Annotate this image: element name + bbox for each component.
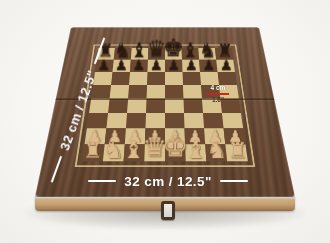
square-f4[interactable]: [183, 99, 202, 113]
square-e7[interactable]: ♟: [165, 60, 183, 72]
square-a4[interactable]: [89, 99, 110, 113]
square-c1[interactable]: ♝: [124, 144, 145, 161]
square-f7[interactable]: ♟: [182, 60, 200, 72]
white-rook: ♜: [228, 140, 247, 162]
width-dimension-text: 32 cm / 12.5": [124, 174, 211, 189]
white-knight: ♞: [103, 138, 124, 162]
square-g6[interactable]: [200, 72, 219, 85]
square-size-cm-text: 4 cm: [204, 84, 232, 92]
square-h6[interactable]: [218, 72, 237, 85]
square-a1[interactable]: ♜: [82, 144, 105, 161]
square-h1[interactable]: ♜: [225, 144, 248, 161]
white-rook: ♜: [83, 140, 102, 162]
black-pawn: ♟: [150, 58, 163, 72]
square-b4[interactable]: [108, 99, 128, 113]
dimension-line-top: [94, 37, 105, 64]
square-d5[interactable]: [147, 85, 165, 99]
square-g1[interactable]: ♞: [205, 144, 227, 161]
square-c4[interactable]: [127, 99, 146, 113]
square-size-label: 4 cm 1.6": [204, 84, 232, 104]
dimension-line-bottom: [51, 156, 62, 183]
square-h7[interactable]: ♟: [216, 60, 235, 72]
square-c7[interactable]: ♟: [130, 60, 148, 72]
black-pawn: ♟: [220, 58, 233, 72]
square-size-inch-text: 1.6": [204, 96, 232, 104]
black-pawn: ♟: [115, 58, 128, 72]
square-f1[interactable]: ♝: [185, 144, 206, 161]
clasp-latch-icon: [161, 201, 175, 220]
square-size-measure-line: [207, 93, 229, 95]
square-f5[interactable]: [183, 85, 202, 99]
square-c6[interactable]: [129, 72, 147, 85]
white-knight: ♞: [206, 138, 227, 162]
square-g7[interactable]: ♟: [199, 60, 217, 72]
width-dimension-label: 32 cm / 12.5": [68, 171, 268, 191]
black-pawn: ♟: [185, 58, 198, 72]
dimension-line-left: [88, 180, 116, 182]
black-pawn: ♟: [202, 58, 215, 72]
square-d6[interactable]: [147, 72, 165, 85]
square-d1[interactable]: ♛: [144, 144, 165, 161]
chess-board: ♜♞♝♛♚♝♞♜♟♟♟♟♟♟♟♟♟♟♟♟♟♟♟♟♜♞♝♛♚♝♞♜: [82, 48, 248, 161]
square-d7[interactable]: ♟: [147, 60, 165, 72]
square-c5[interactable]: [128, 85, 147, 99]
black-pawn: ♟: [132, 58, 145, 72]
square-b5[interactable]: [110, 85, 129, 99]
square-f6[interactable]: [183, 72, 201, 85]
product-photo-scene: ♜♞♝♛♚♝♞♜♟♟♟♟♟♟♟♟♟♟♟♟♟♟♟♟♜♞♝♛♚♝♞♜ 32 cm /…: [0, 0, 330, 243]
square-b6[interactable]: [111, 72, 130, 85]
square-e5[interactable]: [165, 85, 183, 99]
square-e4[interactable]: [165, 99, 184, 113]
white-queen: ♛: [142, 134, 166, 161]
square-b1[interactable]: ♞: [103, 144, 125, 161]
white-bishop: ♝: [185, 137, 207, 161]
square-e1[interactable]: ♚: [165, 144, 186, 161]
square-d4[interactable]: [146, 99, 165, 113]
white-bishop: ♝: [123, 137, 145, 161]
dimension-line-right: [220, 180, 248, 182]
square-b7[interactable]: ♟: [112, 60, 130, 72]
square-e6[interactable]: [165, 72, 183, 85]
black-pawn: ♟: [167, 58, 180, 72]
